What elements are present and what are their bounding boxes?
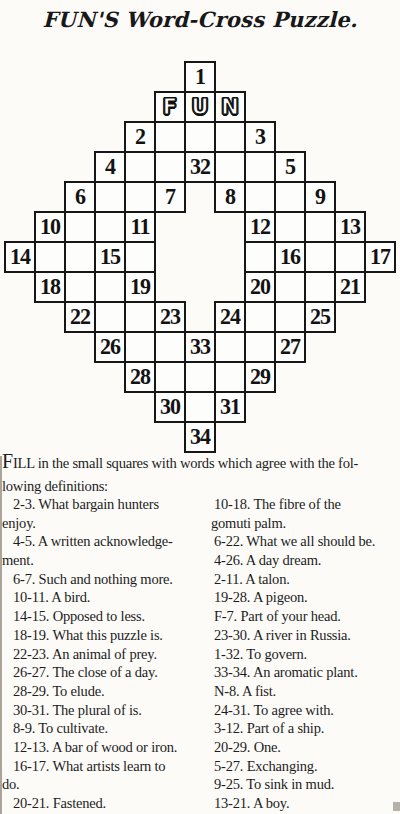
grid-cell-r3c5[interactable]: 2 (124, 121, 156, 153)
cell-number: 5 (285, 153, 295, 180)
grid-cell-r8c2[interactable]: 18 (34, 271, 66, 303)
grid-cell-r10c4[interactable]: 26 (94, 331, 126, 363)
grid-cell-r10c10[interactable]: 27 (274, 331, 306, 363)
clue-28-29: 28-29. To elude. (2, 682, 200, 701)
grid-cell-r1c7[interactable]: 1 (184, 61, 216, 93)
grid-cell-r5c9[interactable] (244, 181, 276, 213)
grid-cell-r7c1[interactable]: 14 (4, 241, 36, 273)
puzzle-grid: 1FUN234325678910111213141516171819202122… (4, 61, 396, 453)
grid-cell-r10c9[interactable] (244, 331, 276, 363)
grid-cell-r11c5[interactable]: 28 (124, 361, 156, 393)
clue-4-5: 4-5. A written acknowledge- (2, 532, 200, 551)
grid-cell-r9c5[interactable] (124, 301, 156, 333)
grid-cell-r8c9[interactable]: 20 (244, 271, 276, 303)
cell-number: 7 (165, 183, 175, 210)
grid-cell-r8c5[interactable]: 19 (124, 271, 156, 303)
cell-letter: F (163, 95, 177, 119)
cell-number: 3 (255, 123, 265, 150)
clue-24-31: 24-31. To agree with. (203, 701, 400, 720)
clue-9-25: 9-25. To sink in mud. (203, 775, 400, 794)
clue-33-34: 33-34. An aromatic plant. (203, 663, 400, 682)
grid-cell-r6c3[interactable] (64, 211, 96, 243)
cell-number: 34 (190, 423, 210, 450)
cell-number: 24 (220, 303, 240, 330)
grid-cell-r6c9[interactable]: 12 (244, 211, 276, 243)
grid-cell-r7c2[interactable] (34, 241, 66, 273)
cell-number: 30 (160, 393, 180, 420)
grid-cell-r7c12[interactable] (334, 241, 366, 273)
grid-cell-r9c8[interactable]: 24 (214, 301, 246, 333)
clue-18-19: 18-19. What this puzzle is. (2, 626, 200, 645)
cell-number: 13 (340, 213, 360, 240)
clue-13-21: 13-21. A boy. (203, 794, 400, 813)
cell-letter: U (191, 95, 208, 119)
clue-continuation: gomuti palm. (203, 514, 400, 533)
clue-12-13: 12-13. A bar of wood or iron. (2, 738, 200, 757)
cell-number: 17 (370, 243, 390, 270)
cell-number: 12 (250, 213, 270, 240)
instructions-line-2: lowing definitions: (2, 475, 400, 498)
cell-number: 33 (190, 333, 210, 360)
clue-22-23: 22-23. An animal of prey. (2, 645, 200, 664)
grid-cell-r9c10[interactable] (274, 301, 306, 333)
grid-cell-r12c6[interactable]: 30 (154, 391, 186, 423)
grid-cell-r8c11[interactable] (304, 271, 336, 303)
clue-20-29: 20-29. One. (203, 738, 400, 757)
grid-cell-r10c5[interactable] (124, 331, 156, 363)
cell-number: 4 (105, 153, 115, 180)
grid-cell-r10c6[interactable] (154, 331, 186, 363)
clue-8-9: 8-9. To cultivate. (2, 719, 200, 738)
clue-30-31: 30-31. The plural of is. (2, 701, 200, 720)
grid-cell-r3c9[interactable]: 3 (244, 121, 276, 153)
cell-number: 22 (70, 303, 90, 330)
grid-cell-r11c7[interactable] (184, 361, 216, 393)
grid-cell-r6c10[interactable] (274, 211, 306, 243)
grid-cell-r5c10[interactable] (274, 181, 306, 213)
grid-cell-r9c9[interactable] (244, 301, 276, 333)
grid-cell-r2c6[interactable]: F (154, 91, 186, 123)
cell-number: 25 (310, 303, 330, 330)
grid-cell-r8c10[interactable] (274, 271, 306, 303)
clue-column-right: 10-18. The fibre of thegomuti palm.6-22.… (203, 495, 400, 813)
cell-number: 10 (40, 213, 60, 240)
cell-number: 27 (280, 333, 300, 360)
cell-number: 21 (340, 273, 360, 300)
cell-number: 6 (75, 183, 85, 210)
grid-cell-r5c11[interactable]: 9 (304, 181, 336, 213)
cell-number: 14 (10, 243, 30, 270)
cell-number: 2 (135, 123, 145, 150)
clue-14-15: 14-15. Opposed to less. (2, 607, 200, 626)
cell-number: 18 (40, 273, 60, 300)
grid-cell-r10c8[interactable] (214, 331, 246, 363)
grid-cell-r5c5[interactable] (124, 181, 156, 213)
cell-number: 26 (100, 333, 120, 360)
clue-19-28: 19-28. A pigeon. (203, 588, 400, 607)
grid-cell-r12c8[interactable]: 31 (214, 391, 246, 423)
grid-cell-r9c3[interactable]: 22 (64, 301, 96, 333)
grid-cell-r2c7[interactable]: U (184, 91, 216, 123)
clue-column-left: 2-3. What bargain huntersenjoy.4-5. A wr… (2, 495, 200, 813)
grid-cell-r7c9[interactable] (244, 241, 276, 273)
cell-number: 16 (280, 243, 300, 270)
page: FUN'S Word-Cross Puzzle. 1FUN23432567891… (0, 0, 400, 814)
clue-continuation: ment. (2, 551, 200, 570)
cell-letter: N (221, 95, 239, 119)
instructions-text: ILL in the small squares with words whic… (13, 455, 358, 471)
grid-cell-r6c11[interactable] (304, 211, 336, 243)
clue-N-8: N-8. A fist. (203, 682, 400, 701)
instructions: FILL in the small squares with words whi… (2, 450, 400, 497)
puzzle-title: FUN'S Word-Cross Puzzle. (0, 7, 400, 32)
grid-cell-r7c5[interactable] (124, 241, 156, 273)
clue-6-22: 6-22. What we all should be. (203, 532, 400, 551)
clue-F-7: F-7. Part of your head. (203, 607, 400, 626)
grid-cell-r11c6[interactable] (154, 361, 186, 393)
grid-cell-r7c4[interactable]: 15 (94, 241, 126, 273)
grid-cell-r5c8[interactable]: 8 (214, 181, 246, 213)
grid-cell-r8c4[interactable] (94, 271, 126, 303)
grid-cell-r4c10[interactable]: 5 (274, 151, 306, 183)
grid-cell-r4c7[interactable]: 32 (184, 151, 216, 183)
grid-cell-r2c8[interactable]: N (214, 91, 246, 123)
cell-number: 15 (100, 243, 120, 270)
grid-cell-r4c6[interactable] (154, 151, 186, 183)
clue-16-17: 16-17. What artists learn to (2, 757, 200, 776)
cell-number: 8 (225, 183, 235, 210)
cell-number: 9 (315, 183, 325, 210)
drop-cap: F (2, 450, 13, 472)
clue-3-12: 3-12. Part of a ship. (203, 719, 400, 738)
grid-cell-r13c7[interactable]: 34 (184, 421, 216, 453)
grid-cell-r7c3[interactable] (64, 241, 96, 273)
clue-6-7: 6-7. Such and nothing more. (2, 570, 200, 589)
clue-20-21: 20-21. Fastened. (2, 794, 200, 813)
grid-cell-r4c4[interactable]: 4 (94, 151, 126, 183)
grid-cell-r7c10[interactable]: 16 (274, 241, 306, 273)
clue-4-26: 4-26. A day dream. (203, 551, 400, 570)
grid-cell-r11c8[interactable] (214, 361, 246, 393)
grid-cell-r11c9[interactable]: 29 (244, 361, 276, 393)
grid-cell-r7c13[interactable]: 17 (364, 241, 396, 273)
cell-number: 1 (195, 63, 205, 90)
clue-26-27: 26-27. The close of a day. (2, 663, 200, 682)
clue-continuation: do. (2, 775, 200, 794)
grid-cell-r5c4[interactable] (94, 181, 126, 213)
grid-cell-r6c2[interactable]: 10 (34, 211, 66, 243)
clue-10-11: 10-11. A bird. (2, 588, 200, 607)
clue-2-11: 2-11. A talon. (203, 570, 400, 589)
cell-number: 19 (130, 273, 150, 300)
grid-cell-r9c11[interactable]: 25 (304, 301, 336, 333)
clue-continuation: enjoy. (2, 514, 200, 533)
grid-cell-r4c5[interactable] (124, 151, 156, 183)
grid-cell-r9c4[interactable] (94, 301, 126, 333)
grid-cell-r6c5[interactable]: 11 (124, 211, 156, 243)
clue-2-3: 2-3. What bargain hunters (2, 495, 200, 514)
grid-cell-r8c3[interactable] (64, 271, 96, 303)
cell-number: 31 (220, 393, 240, 420)
grid-cell-r3c6[interactable] (154, 121, 186, 153)
grid-cell-r3c7[interactable] (184, 121, 216, 153)
clue-23-30: 23-30. A river in Russia. (203, 626, 400, 645)
grid-cell-r4c8[interactable] (214, 151, 246, 183)
grid-cell-r4c9[interactable] (244, 151, 276, 183)
grid-cell-r3c8[interactable] (214, 121, 246, 153)
instructions-line-1: FILL in the small squares with words whi… (2, 450, 400, 475)
cell-number: 23 (160, 303, 180, 330)
cell-number: 32 (190, 153, 210, 180)
grid-cell-r8c12[interactable]: 21 (334, 271, 366, 303)
cell-number: 29 (250, 363, 270, 390)
grid-cell-r9c6[interactable]: 23 (154, 301, 186, 333)
clue-5-27: 5-27. Exchanging. (203, 757, 400, 776)
grid-cell-r10c7[interactable]: 33 (184, 331, 216, 363)
cell-number: 20 (250, 273, 270, 300)
grid-cell-r6c12[interactable]: 13 (334, 211, 366, 243)
grid-cell-r5c3[interactable]: 6 (64, 181, 96, 213)
grid-cell-r12c7[interactable] (184, 391, 216, 423)
cell-number: 11 (131, 213, 150, 240)
cell-number: 28 (130, 363, 150, 390)
clue-1-32: 1-32. To govern. (203, 645, 400, 664)
clue-10-18: 10-18. The fibre of the (203, 495, 400, 514)
newspaper-column-rule (0, 456, 2, 814)
grid-cell-r7c11[interactable] (304, 241, 336, 273)
grid-cell-r5c6[interactable]: 7 (154, 181, 186, 213)
scan-artifact (393, 802, 400, 811)
grid-cell-r6c4[interactable] (94, 211, 126, 243)
